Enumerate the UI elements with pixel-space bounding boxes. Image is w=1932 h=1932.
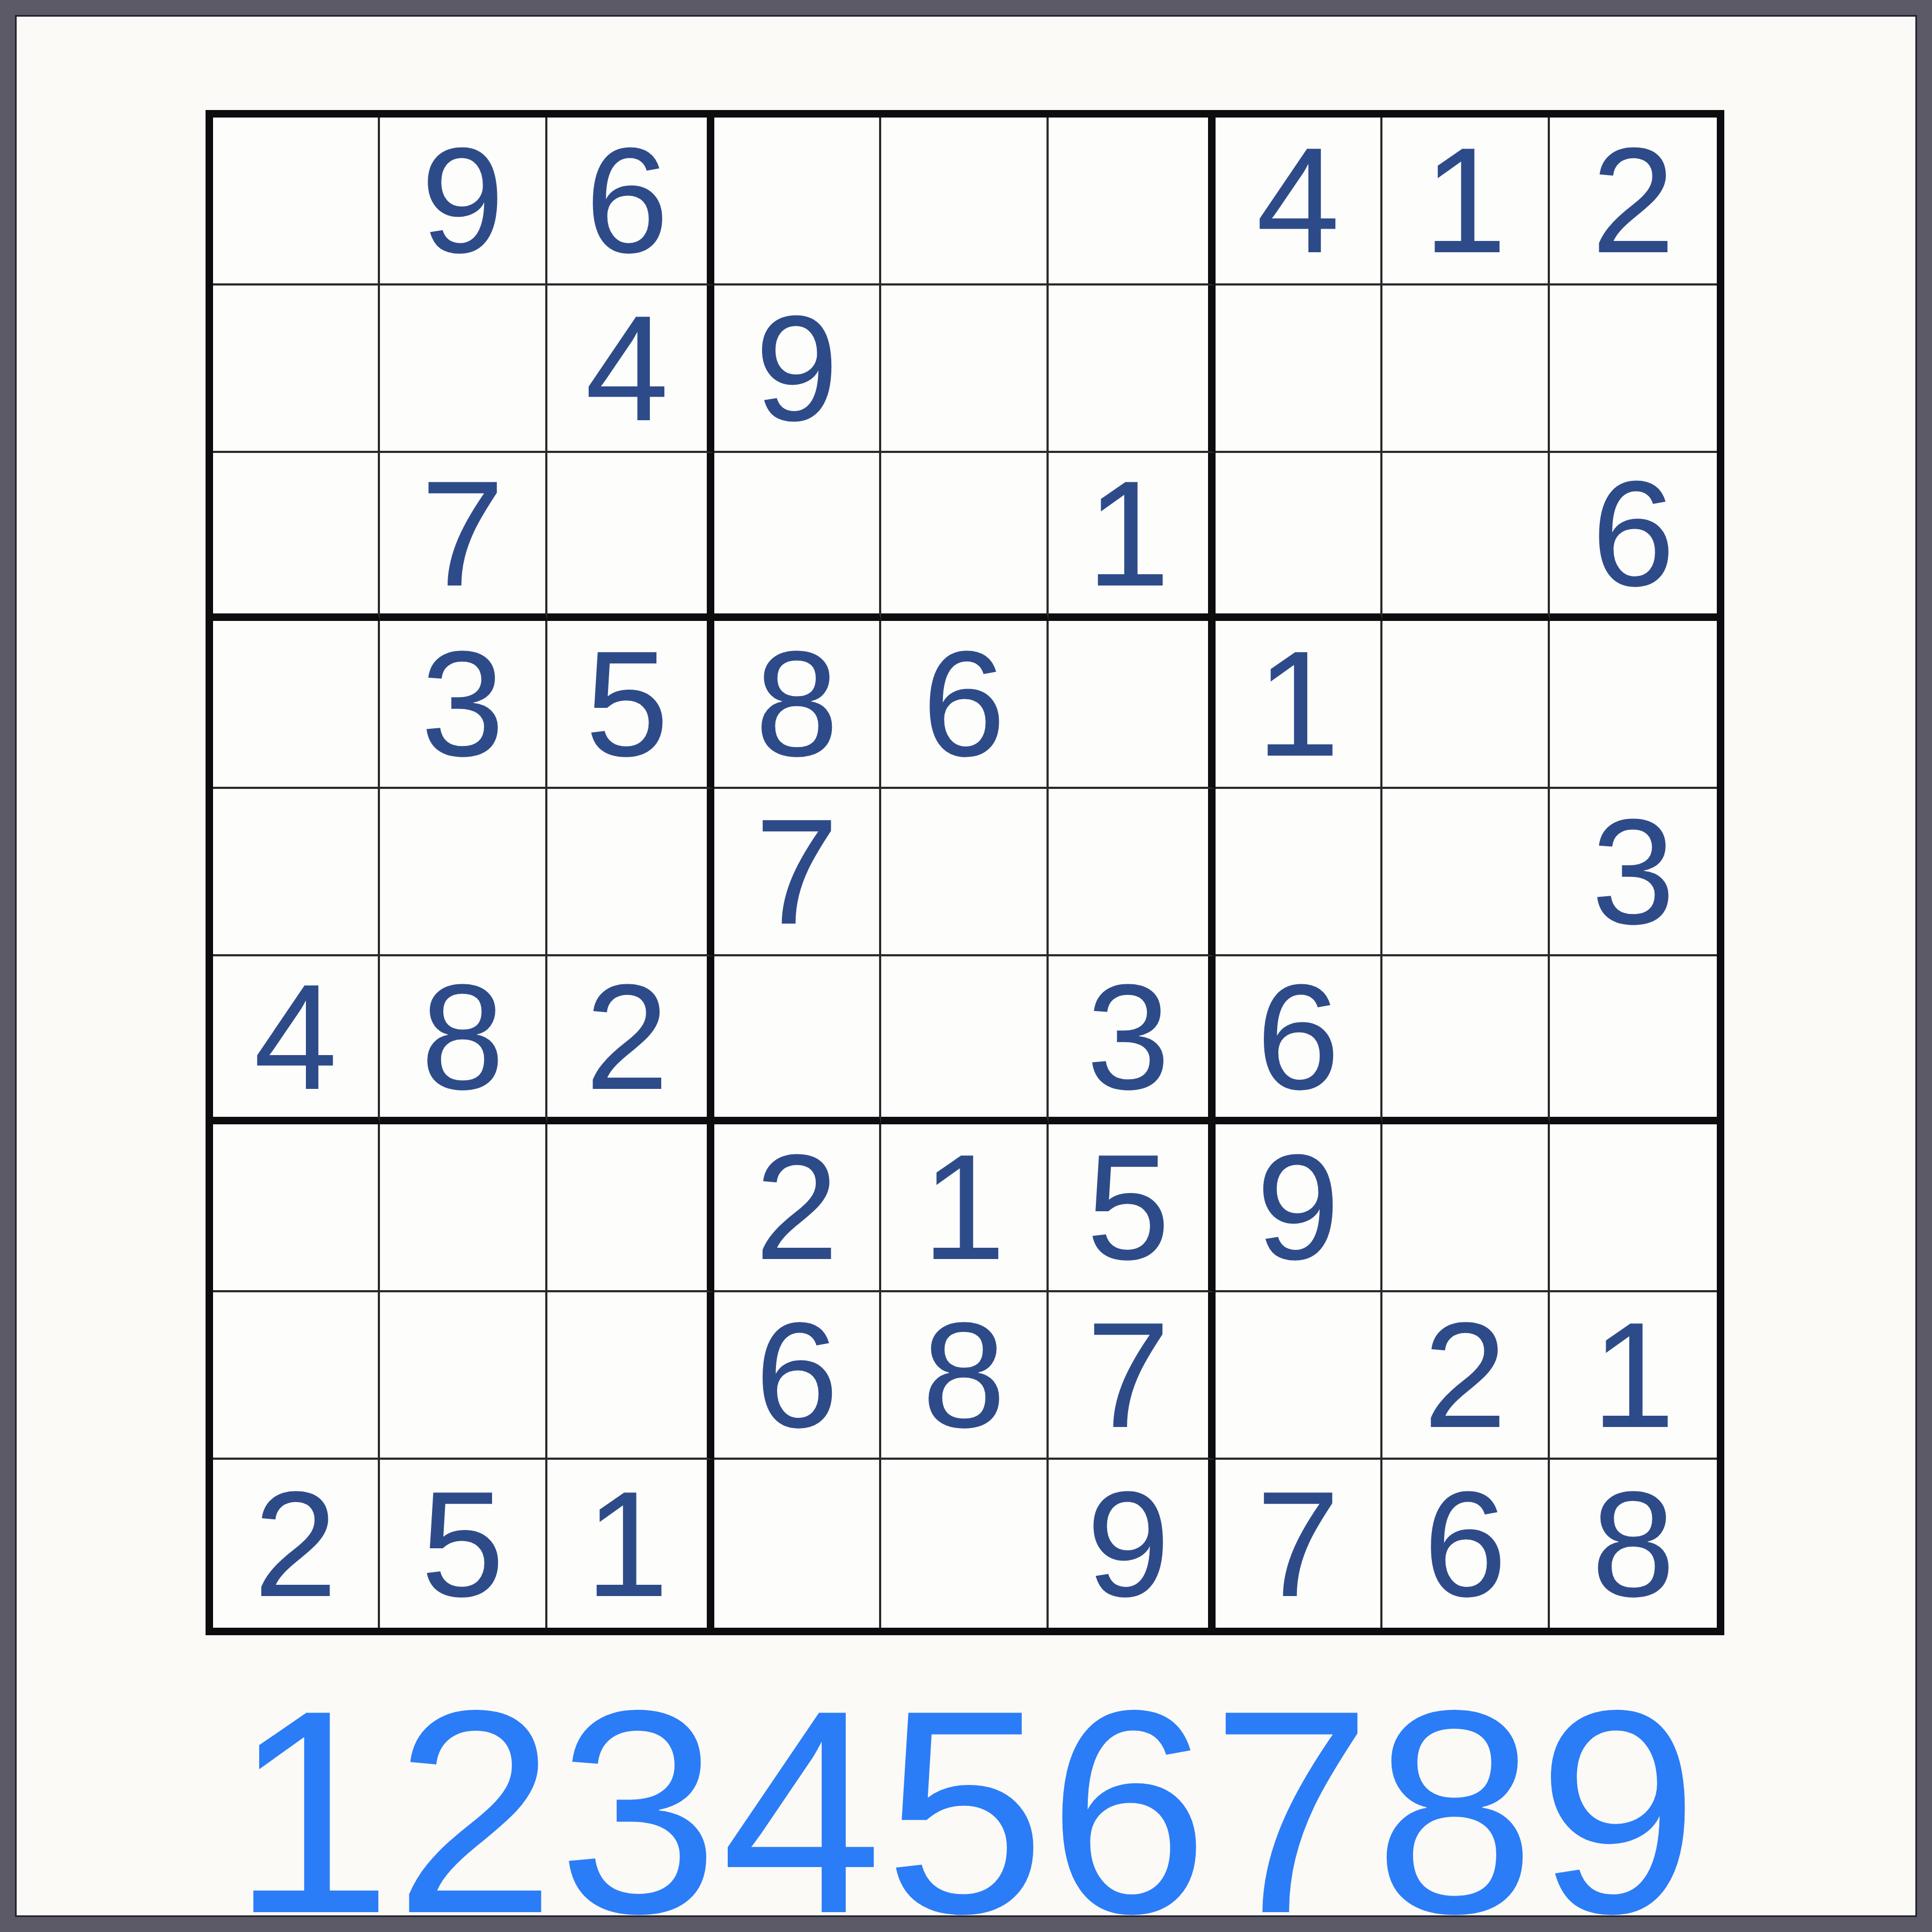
sudoku-cell-empty[interactable] [547, 789, 714, 957]
sudoku-cell-empty[interactable] [881, 286, 1048, 453]
sudoku-cell-empty[interactable] [1550, 1124, 1717, 1292]
sudoku-cell-given[interactable]: 7 [1049, 1292, 1216, 1460]
palette-digit-7[interactable]: 7 [1211, 1667, 1372, 1932]
sudoku-cell-empty[interactable] [213, 1292, 380, 1460]
sudoku-cell-given[interactable]: 8 [714, 621, 881, 789]
sudoku-cell-empty[interactable] [881, 956, 1048, 1124]
sudoku-cell-given[interactable]: 1 [547, 1460, 714, 1628]
palette-digit-4[interactable]: 4 [721, 1667, 882, 1932]
sudoku-cell-given[interactable]: 3 [380, 621, 547, 789]
sudoku-cell-empty[interactable] [213, 621, 380, 789]
sudoku-cell-empty[interactable] [881, 789, 1048, 957]
sudoku-cell-empty[interactable] [1382, 621, 1549, 789]
sudoku-cell-given[interactable]: 1 [1382, 118, 1549, 286]
sudoku-cell-empty[interactable] [881, 118, 1048, 286]
sudoku-cell-empty[interactable] [881, 453, 1048, 621]
palette-digit-3[interactable]: 3 [558, 1667, 719, 1932]
sudoku-cell-empty[interactable] [547, 453, 714, 621]
palette-digit-9[interactable]: 9 [1538, 1667, 1699, 1932]
sudoku-cell-empty[interactable] [1049, 621, 1216, 789]
sudoku-cell-given[interactable]: 9 [380, 118, 547, 286]
sudoku-cell-given[interactable]: 4 [547, 286, 714, 453]
sudoku-cell-given[interactable]: 8 [1550, 1460, 1717, 1628]
sudoku-cell-given[interactable]: 1 [881, 1124, 1048, 1292]
sudoku-cell-given[interactable]: 6 [714, 1292, 881, 1460]
sudoku-cell-empty[interactable] [213, 286, 380, 453]
sudoku-cell-empty[interactable] [213, 1124, 380, 1292]
sudoku-cell-empty[interactable] [1550, 956, 1717, 1124]
sudoku-cell-empty[interactable] [1049, 286, 1216, 453]
sudoku-cell-empty[interactable] [1382, 789, 1549, 957]
sudoku-cell-given[interactable]: 7 [380, 453, 547, 621]
sudoku-cell-given[interactable]: 6 [881, 621, 1048, 789]
palette-digit-6[interactable]: 6 [1048, 1667, 1209, 1932]
sudoku-cell-empty[interactable] [1049, 789, 1216, 957]
sudoku-cell-given[interactable]: 8 [380, 956, 547, 1124]
sudoku-cell-empty[interactable] [714, 1460, 881, 1628]
sudoku-cell-empty[interactable] [1550, 286, 1717, 453]
sudoku-cell-empty[interactable] [380, 286, 547, 453]
sudoku-cell-given[interactable]: 2 [547, 956, 714, 1124]
sudoku-cell-given[interactable]: 2 [213, 1460, 380, 1628]
sudoku-cell-given[interactable]: 9 [1216, 1124, 1382, 1292]
sudoku-cell-empty[interactable] [1382, 956, 1549, 1124]
sudoku-cell-empty[interactable] [1382, 1124, 1549, 1292]
sudoku-cell-given[interactable]: 4 [1216, 118, 1382, 286]
sudoku-cell-given[interactable]: 1 [1216, 621, 1382, 789]
sudoku-cell-empty[interactable] [380, 789, 547, 957]
sudoku-cell-given[interactable]: 8 [881, 1292, 1048, 1460]
sudoku-cell-given[interactable]: 6 [547, 118, 714, 286]
sudoku-cell-given[interactable]: 3 [1550, 789, 1717, 957]
sudoku-cell-given[interactable]: 1 [1049, 453, 1216, 621]
sudoku-cell-given[interactable]: 9 [1049, 1460, 1216, 1628]
sudoku-cell-given[interactable]: 5 [1049, 1124, 1216, 1292]
sudoku-cell-given[interactable]: 7 [1216, 1460, 1382, 1628]
sudoku-cell-empty[interactable] [213, 453, 380, 621]
sudoku-cell-empty[interactable] [1049, 118, 1216, 286]
sudoku-cell-empty[interactable] [547, 1292, 714, 1460]
sudoku-cell-given[interactable]: 6 [1382, 1460, 1549, 1628]
sudoku-cell-empty[interactable] [547, 1124, 714, 1292]
palette-digit-2[interactable]: 2 [394, 1667, 555, 1932]
sudoku-cell-empty[interactable] [714, 118, 881, 286]
sudoku-cell-empty[interactable] [714, 956, 881, 1124]
sudoku-cell-empty[interactable] [213, 118, 380, 286]
sudoku-cell-empty[interactable] [380, 1124, 547, 1292]
sudoku-cell-empty[interactable] [1216, 286, 1382, 453]
sudoku-cell-empty[interactable] [881, 1460, 1048, 1628]
sudoku-cell-given[interactable]: 5 [547, 621, 714, 789]
palette-digit-5[interactable]: 5 [884, 1667, 1045, 1932]
sudoku-cell-empty[interactable] [1550, 621, 1717, 789]
sudoku-cell-empty[interactable] [213, 789, 380, 957]
sudoku-cell-empty[interactable] [714, 453, 881, 621]
sudoku-cell-empty[interactable] [1216, 1292, 1382, 1460]
sudoku-cell-given[interactable]: 9 [714, 286, 881, 453]
sudoku-cell-given[interactable]: 6 [1216, 956, 1382, 1124]
sudoku-cell-empty[interactable] [1382, 453, 1549, 621]
sudoku-board: 96412497163586173482362159687212519768 [206, 110, 1724, 1635]
sudoku-cell-given[interactable]: 7 [714, 789, 881, 957]
palette-digit-1[interactable]: 1 [231, 1667, 392, 1932]
number-palette: 123456789 [206, 1695, 1724, 1928]
sudoku-cell-given[interactable]: 2 [714, 1124, 881, 1292]
sudoku-cell-given[interactable]: 2 [1550, 118, 1717, 286]
palette-digit-8[interactable]: 8 [1374, 1667, 1535, 1932]
sudoku-cell-empty[interactable] [1216, 789, 1382, 957]
sudoku-cell-given[interactable]: 6 [1550, 453, 1717, 621]
sudoku-cell-given[interactable]: 3 [1049, 956, 1216, 1124]
sudoku-cell-empty[interactable] [1216, 453, 1382, 621]
sudoku-cell-empty[interactable] [380, 1292, 547, 1460]
sudoku-cell-empty[interactable] [1382, 286, 1549, 453]
puzzle-page: 96412497163586173482362159687212519768 1… [15, 15, 1917, 1917]
sudoku-cell-given[interactable]: 4 [213, 956, 380, 1124]
sudoku-cell-given[interactable]: 2 [1382, 1292, 1549, 1460]
sudoku-cell-given[interactable]: 5 [380, 1460, 547, 1628]
sudoku-cell-given[interactable]: 1 [1550, 1292, 1717, 1460]
